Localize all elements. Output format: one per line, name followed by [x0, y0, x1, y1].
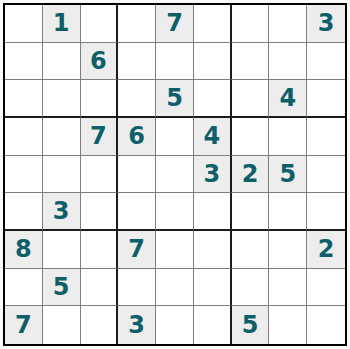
cell-r7c4[interactable]: 7 — [118, 231, 156, 269]
cell-r1c5[interactable]: 7 — [156, 5, 194, 43]
cell-r9c2[interactable] — [43, 306, 81, 344]
cell-r5c2[interactable] — [43, 156, 81, 194]
cell-r1c4[interactable] — [118, 5, 156, 43]
cell-r4c6[interactable]: 4 — [194, 118, 232, 156]
cell-r3c5[interactable]: 5 — [156, 80, 194, 118]
cell-r6c2[interactable]: 3 — [43, 193, 81, 231]
cell-r5c9[interactable] — [307, 156, 345, 194]
cell-r4c2[interactable] — [43, 118, 81, 156]
cell-r3c6[interactable] — [194, 80, 232, 118]
cell-r9c5[interactable] — [156, 306, 194, 344]
cell-r2c4[interactable] — [118, 43, 156, 81]
cell-r4c9[interactable] — [307, 118, 345, 156]
cell-r4c8[interactable] — [269, 118, 307, 156]
cell-r3c4[interactable] — [118, 80, 156, 118]
cell-r9c8[interactable] — [269, 306, 307, 344]
cell-r9c3[interactable] — [81, 306, 119, 344]
cell-r3c7[interactable] — [232, 80, 270, 118]
cell-r7c3[interactable] — [81, 231, 119, 269]
cell-r1c1[interactable] — [5, 5, 43, 43]
cell-r8c3[interactable] — [81, 269, 119, 307]
cell-r1c6[interactable] — [194, 5, 232, 43]
cell-r7c9[interactable]: 2 — [307, 231, 345, 269]
cell-r9c7[interactable]: 5 — [232, 306, 270, 344]
cell-r3c8[interactable]: 4 — [269, 80, 307, 118]
cell-r7c7[interactable] — [232, 231, 270, 269]
cell-r8c1[interactable] — [5, 269, 43, 307]
cell-r4c4[interactable]: 6 — [118, 118, 156, 156]
cell-r8c9[interactable] — [307, 269, 345, 307]
cell-r6c7[interactable] — [232, 193, 270, 231]
cell-r6c9[interactable] — [307, 193, 345, 231]
cell-r8c6[interactable] — [194, 269, 232, 307]
cell-r2c3[interactable]: 6 — [81, 43, 119, 81]
cell-r7c8[interactable] — [269, 231, 307, 269]
cell-r5c1[interactable] — [5, 156, 43, 194]
cell-r5c6[interactable]: 3 — [194, 156, 232, 194]
cell-r8c7[interactable] — [232, 269, 270, 307]
cell-r3c2[interactable] — [43, 80, 81, 118]
cell-r1c9[interactable]: 3 — [307, 5, 345, 43]
cell-r6c3[interactable] — [81, 193, 119, 231]
cell-r8c4[interactable] — [118, 269, 156, 307]
cell-r9c9[interactable] — [307, 306, 345, 344]
cell-r1c7[interactable] — [232, 5, 270, 43]
cell-r1c8[interactable] — [269, 5, 307, 43]
cell-r7c6[interactable] — [194, 231, 232, 269]
cell-r7c1[interactable]: 8 — [5, 231, 43, 269]
cell-r4c5[interactable] — [156, 118, 194, 156]
cell-r9c6[interactable] — [194, 306, 232, 344]
cell-r7c5[interactable] — [156, 231, 194, 269]
cell-r2c5[interactable] — [156, 43, 194, 81]
cell-r6c4[interactable] — [118, 193, 156, 231]
cell-r7c2[interactable] — [43, 231, 81, 269]
cell-r3c9[interactable] — [307, 80, 345, 118]
cell-r2c1[interactable] — [5, 43, 43, 81]
cell-r4c3[interactable]: 7 — [81, 118, 119, 156]
cell-r2c2[interactable] — [43, 43, 81, 81]
sudoku-board: 17365476432538725735 — [3, 3, 347, 346]
cell-r3c1[interactable] — [5, 80, 43, 118]
cell-r6c1[interactable] — [5, 193, 43, 231]
cell-r6c5[interactable] — [156, 193, 194, 231]
cell-r9c4[interactable]: 3 — [118, 306, 156, 344]
cell-r5c3[interactable] — [81, 156, 119, 194]
cell-r5c7[interactable]: 2 — [232, 156, 270, 194]
cell-r5c8[interactable]: 5 — [269, 156, 307, 194]
cell-r1c2[interactable]: 1 — [43, 5, 81, 43]
cell-r2c7[interactable] — [232, 43, 270, 81]
cell-r3c3[interactable] — [81, 80, 119, 118]
cell-r4c1[interactable] — [5, 118, 43, 156]
cell-r8c8[interactable] — [269, 269, 307, 307]
cell-r5c5[interactable] — [156, 156, 194, 194]
cell-r6c8[interactable] — [269, 193, 307, 231]
cell-r4c7[interactable] — [232, 118, 270, 156]
cell-r5c4[interactable] — [118, 156, 156, 194]
cell-r6c6[interactable] — [194, 193, 232, 231]
cell-r2c9[interactable] — [307, 43, 345, 81]
sudoku-page: 17365476432538725735 — [0, 0, 350, 349]
cell-r2c8[interactable] — [269, 43, 307, 81]
cell-r8c2[interactable]: 5 — [43, 269, 81, 307]
cell-r2c6[interactable] — [194, 43, 232, 81]
cell-r8c5[interactable] — [156, 269, 194, 307]
cell-r1c3[interactable] — [81, 5, 119, 43]
cell-r9c1[interactable]: 7 — [5, 306, 43, 344]
